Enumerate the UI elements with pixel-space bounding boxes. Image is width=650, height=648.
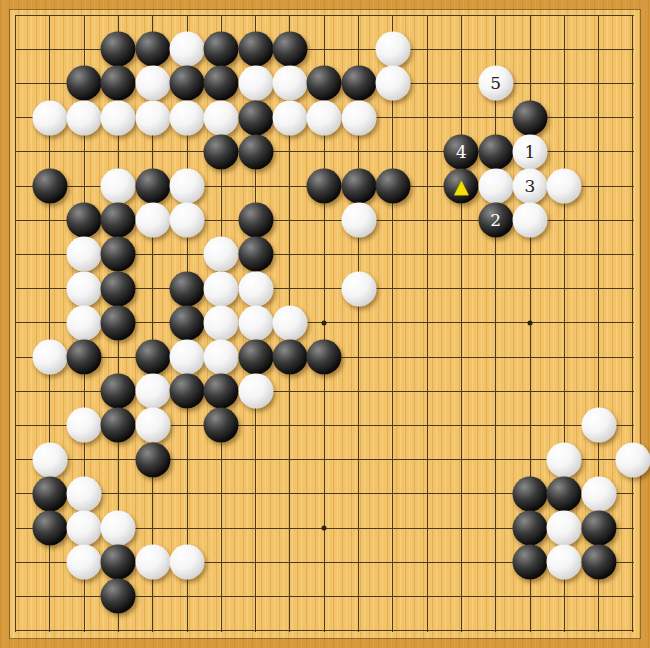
black-stone bbox=[272, 32, 307, 67]
black-stone bbox=[204, 374, 239, 409]
black-stone bbox=[135, 32, 170, 67]
white-stone bbox=[135, 374, 170, 409]
white-stone bbox=[375, 66, 410, 101]
black-stone bbox=[67, 340, 102, 375]
white-stone bbox=[170, 32, 205, 67]
white-stone bbox=[615, 442, 650, 477]
white-stone bbox=[101, 100, 136, 135]
grid-line-vertical bbox=[461, 15, 462, 632]
white-stone bbox=[204, 271, 239, 306]
grid-line-horizontal bbox=[16, 459, 634, 460]
white-stone bbox=[204, 100, 239, 135]
white-stone: 5 bbox=[478, 66, 513, 101]
white-stone bbox=[204, 305, 239, 340]
white-stone bbox=[32, 442, 67, 477]
black-stone: ▲ bbox=[444, 169, 479, 204]
white-stone: 3 bbox=[513, 169, 548, 204]
white-stone bbox=[581, 408, 616, 443]
white-stone bbox=[238, 271, 273, 306]
white-stone bbox=[272, 66, 307, 101]
black-stone bbox=[135, 340, 170, 375]
black-stone bbox=[204, 32, 239, 67]
white-stone bbox=[32, 100, 67, 135]
white-stone bbox=[101, 511, 136, 546]
star-point bbox=[528, 320, 533, 325]
black-stone bbox=[170, 374, 205, 409]
star-point bbox=[322, 320, 327, 325]
black-stone bbox=[238, 237, 273, 272]
black-stone: 4 bbox=[444, 134, 479, 169]
black-stone bbox=[238, 32, 273, 67]
black-stone bbox=[238, 203, 273, 238]
white-stone bbox=[547, 442, 582, 477]
white-stone bbox=[478, 169, 513, 204]
white-stone bbox=[238, 66, 273, 101]
black-stone bbox=[101, 579, 136, 614]
white-stone bbox=[307, 100, 342, 135]
white-stone bbox=[272, 100, 307, 135]
white-stone bbox=[67, 237, 102, 272]
black-stone bbox=[101, 305, 136, 340]
white-stone bbox=[135, 203, 170, 238]
grid-line-vertical bbox=[392, 15, 393, 632]
grid-line-vertical bbox=[427, 15, 428, 632]
black-stone bbox=[101, 237, 136, 272]
white-stone bbox=[238, 374, 273, 409]
black-stone bbox=[204, 408, 239, 443]
black-stone bbox=[581, 511, 616, 546]
move-number-label: 5 bbox=[490, 75, 501, 92]
triangle-marker: ▲ bbox=[454, 177, 469, 196]
black-stone bbox=[513, 545, 548, 580]
move-number-label: 4 bbox=[456, 143, 467, 160]
white-stone bbox=[135, 66, 170, 101]
grid-line-vertical bbox=[632, 15, 633, 632]
black-stone bbox=[135, 169, 170, 204]
black-stone bbox=[67, 66, 102, 101]
black-stone bbox=[32, 476, 67, 511]
go-board[interactable]: 541▲32 bbox=[0, 0, 650, 648]
white-stone bbox=[204, 340, 239, 375]
white-stone bbox=[170, 340, 205, 375]
black-stone bbox=[307, 169, 342, 204]
black-stone bbox=[67, 203, 102, 238]
black-stone bbox=[101, 374, 136, 409]
black-stone bbox=[513, 511, 548, 546]
black-stone bbox=[32, 511, 67, 546]
black-stone bbox=[204, 66, 239, 101]
black-stone bbox=[307, 340, 342, 375]
black-stone bbox=[341, 169, 376, 204]
black-stone bbox=[101, 203, 136, 238]
white-stone bbox=[67, 511, 102, 546]
move-number-label: 3 bbox=[525, 178, 536, 195]
black-stone bbox=[101, 32, 136, 67]
white-stone bbox=[135, 545, 170, 580]
black-stone bbox=[513, 476, 548, 511]
black-stone bbox=[341, 66, 376, 101]
white-stone: 1 bbox=[513, 134, 548, 169]
white-stone bbox=[67, 545, 102, 580]
black-stone bbox=[581, 545, 616, 580]
black-stone bbox=[101, 66, 136, 101]
grid-line-vertical bbox=[495, 15, 496, 632]
black-stone bbox=[101, 408, 136, 443]
black-stone bbox=[170, 271, 205, 306]
black-stone bbox=[135, 442, 170, 477]
black-stone bbox=[238, 340, 273, 375]
white-stone bbox=[135, 408, 170, 443]
white-stone bbox=[547, 169, 582, 204]
white-stone bbox=[238, 305, 273, 340]
black-stone bbox=[272, 340, 307, 375]
black-stone bbox=[170, 305, 205, 340]
white-stone bbox=[547, 545, 582, 580]
white-stone bbox=[67, 271, 102, 306]
white-stone bbox=[375, 32, 410, 67]
white-stone bbox=[67, 100, 102, 135]
white-stone bbox=[170, 545, 205, 580]
white-stone bbox=[135, 100, 170, 135]
white-stone bbox=[67, 408, 102, 443]
white-stone bbox=[272, 305, 307, 340]
black-stone bbox=[32, 169, 67, 204]
black-stone bbox=[170, 66, 205, 101]
white-stone bbox=[170, 203, 205, 238]
black-stone bbox=[101, 545, 136, 580]
white-stone bbox=[170, 100, 205, 135]
white-stone bbox=[581, 476, 616, 511]
black-stone bbox=[375, 169, 410, 204]
white-stone bbox=[67, 476, 102, 511]
move-number-label: 1 bbox=[525, 143, 536, 160]
white-stone bbox=[67, 305, 102, 340]
white-stone bbox=[341, 203, 376, 238]
black-stone bbox=[513, 100, 548, 135]
white-stone bbox=[170, 169, 205, 204]
black-stone bbox=[238, 134, 273, 169]
black-stone bbox=[238, 100, 273, 135]
black-stone bbox=[101, 271, 136, 306]
white-stone bbox=[32, 340, 67, 375]
black-stone bbox=[547, 476, 582, 511]
white-stone bbox=[547, 511, 582, 546]
black-stone bbox=[204, 134, 239, 169]
white-stone bbox=[341, 100, 376, 135]
black-stone bbox=[307, 66, 342, 101]
star-point bbox=[322, 526, 327, 531]
black-stone bbox=[478, 134, 513, 169]
white-stone bbox=[513, 203, 548, 238]
grid-line-vertical bbox=[15, 15, 16, 632]
move-number-label: 2 bbox=[490, 212, 501, 229]
black-stone: 2 bbox=[478, 203, 513, 238]
grid-line-horizontal bbox=[16, 15, 634, 16]
white-stone bbox=[341, 271, 376, 306]
grid-line-horizontal bbox=[16, 630, 634, 631]
white-stone bbox=[204, 237, 239, 272]
white-stone bbox=[101, 169, 136, 204]
